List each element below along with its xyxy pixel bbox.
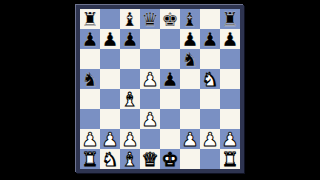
white-rook[interactable]: ♜: [221, 150, 238, 169]
square-f3[interactable]: [180, 109, 200, 129]
white-pawn[interactable]: ♟: [141, 110, 158, 129]
square-b2[interactable]: ♟: [100, 129, 120, 149]
square-d8[interactable]: ♛: [140, 9, 160, 29]
black-pawn[interactable]: ♟: [161, 70, 178, 89]
black-pawn[interactable]: ♟: [181, 30, 198, 49]
white-pawn[interactable]: ♟: [101, 130, 118, 149]
square-h3[interactable]: [220, 109, 240, 129]
square-e5[interactable]: ♟: [160, 69, 180, 89]
square-b1[interactable]: ♞: [100, 149, 120, 169]
square-b3[interactable]: [100, 109, 120, 129]
square-b8[interactable]: [100, 9, 120, 29]
square-e3[interactable]: [160, 109, 180, 129]
square-h1[interactable]: ♜: [220, 149, 240, 169]
square-c4[interactable]: ♝: [120, 89, 140, 109]
white-pawn[interactable]: ♟: [141, 70, 158, 89]
black-pawn[interactable]: ♟: [101, 30, 118, 49]
white-knight[interactable]: ♞: [201, 70, 218, 89]
square-f6[interactable]: ♞: [180, 49, 200, 69]
square-c6[interactable]: [120, 49, 140, 69]
square-h5[interactable]: [220, 69, 240, 89]
square-h6[interactable]: [220, 49, 240, 69]
black-pawn[interactable]: ♟: [121, 30, 138, 49]
black-queen[interactable]: ♛: [141, 10, 158, 29]
square-f5[interactable]: [180, 69, 200, 89]
square-d1[interactable]: ♛: [140, 149, 160, 169]
square-c3[interactable]: [120, 109, 140, 129]
black-knight[interactable]: ♞: [181, 50, 198, 69]
black-pawn[interactable]: ♟: [201, 30, 218, 49]
white-bishop[interactable]: ♝: [121, 90, 138, 109]
square-c7[interactable]: ♟: [120, 29, 140, 49]
white-queen[interactable]: ♛: [141, 150, 158, 169]
square-d4[interactable]: [140, 89, 160, 109]
square-a6[interactable]: [80, 49, 100, 69]
chess-board: ♜♝♛♚♝♜♟♟♟♟♟♟♞♞♟♟♞♝♟♟♟♟♟♟♟♜♞♝♛♚♜: [76, 5, 244, 173]
square-d3[interactable]: ♟: [140, 109, 160, 129]
square-h8[interactable]: ♜: [220, 9, 240, 29]
square-g5[interactable]: ♞: [200, 69, 220, 89]
square-a1[interactable]: ♜: [80, 149, 100, 169]
square-c2[interactable]: ♟: [120, 129, 140, 149]
square-b6[interactable]: [100, 49, 120, 69]
square-h7[interactable]: ♟: [220, 29, 240, 49]
square-c8[interactable]: ♝: [120, 9, 140, 29]
white-king[interactable]: ♚: [161, 150, 178, 169]
square-e2[interactable]: [160, 129, 180, 149]
white-bishop[interactable]: ♝: [121, 150, 138, 169]
white-pawn[interactable]: ♟: [181, 130, 198, 149]
white-pawn[interactable]: ♟: [121, 130, 138, 149]
black-pawn[interactable]: ♟: [221, 30, 238, 49]
square-c1[interactable]: ♝: [120, 149, 140, 169]
square-f1[interactable]: [180, 149, 200, 169]
square-g8[interactable]: [200, 9, 220, 29]
black-rook[interactable]: ♜: [81, 10, 98, 29]
white-knight[interactable]: ♞: [101, 150, 118, 169]
square-a8[interactable]: ♜: [80, 9, 100, 29]
square-f7[interactable]: ♟: [180, 29, 200, 49]
square-e6[interactable]: [160, 49, 180, 69]
square-g4[interactable]: [200, 89, 220, 109]
square-a5[interactable]: ♞: [80, 69, 100, 89]
square-d5[interactable]: ♟: [140, 69, 160, 89]
square-g3[interactable]: [200, 109, 220, 129]
square-e8[interactable]: ♚: [160, 9, 180, 29]
square-g6[interactable]: [200, 49, 220, 69]
square-e4[interactable]: [160, 89, 180, 109]
white-pawn[interactable]: ♟: [81, 130, 98, 149]
white-rook[interactable]: ♜: [81, 150, 98, 169]
square-f4[interactable]: [180, 89, 200, 109]
square-e7[interactable]: [160, 29, 180, 49]
square-f2[interactable]: ♟: [180, 129, 200, 149]
square-h4[interactable]: [220, 89, 240, 109]
square-d2[interactable]: [140, 129, 160, 149]
square-d7[interactable]: [140, 29, 160, 49]
app-background: ♜♝♛♚♝♜♟♟♟♟♟♟♞♞♟♟♞♝♟♟♟♟♟♟♟♜♞♝♛♚♜: [0, 0, 320, 180]
black-knight[interactable]: ♞: [81, 70, 98, 89]
square-d6[interactable]: [140, 49, 160, 69]
square-g2[interactable]: ♟: [200, 129, 220, 149]
square-h2[interactable]: ♟: [220, 129, 240, 149]
square-f8[interactable]: ♝: [180, 9, 200, 29]
square-a7[interactable]: ♟: [80, 29, 100, 49]
black-rook[interactable]: ♜: [221, 10, 238, 29]
square-g1[interactable]: [200, 149, 220, 169]
black-bishop[interactable]: ♝: [121, 10, 138, 29]
white-pawn[interactable]: ♟: [221, 130, 238, 149]
square-g7[interactable]: ♟: [200, 29, 220, 49]
black-king[interactable]: ♚: [161, 10, 178, 29]
square-a4[interactable]: [80, 89, 100, 109]
square-c5[interactable]: [120, 69, 140, 89]
square-a2[interactable]: ♟: [80, 129, 100, 149]
black-bishop[interactable]: ♝: [181, 10, 198, 29]
square-b4[interactable]: [100, 89, 120, 109]
square-a3[interactable]: [80, 109, 100, 129]
black-pawn[interactable]: ♟: [81, 30, 98, 49]
square-b7[interactable]: ♟: [100, 29, 120, 49]
square-b5[interactable]: [100, 69, 120, 89]
square-e1[interactable]: ♚: [160, 149, 180, 169]
white-pawn[interactable]: ♟: [201, 130, 218, 149]
